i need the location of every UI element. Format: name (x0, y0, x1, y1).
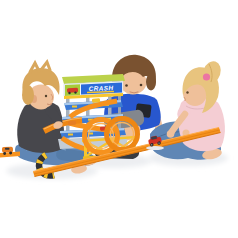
girl-eye (186, 91, 188, 93)
photo-canvas: CRASH (0, 0, 238, 238)
center-boy-hair-right (146, 74, 156, 91)
center-boy-eye-right (140, 84, 143, 87)
orange-car-window (5, 148, 10, 150)
playset-logo-text: CRASH (88, 84, 113, 92)
banner-car-wheel-2 (74, 91, 76, 93)
banner-car-wheel-1 (68, 92, 70, 94)
deck-car-yellow (92, 98, 100, 102)
left-boy-eye (45, 95, 47, 97)
red-car-shadow (146, 146, 164, 150)
deck-car-orange (68, 121, 76, 125)
center-boy-eye-left (125, 84, 128, 87)
left-boy-hair-back (22, 85, 34, 105)
scene-illustration: CRASH (0, 0, 238, 238)
girl-scrunchie (203, 73, 210, 80)
girl-reaching-hand (167, 130, 175, 138)
